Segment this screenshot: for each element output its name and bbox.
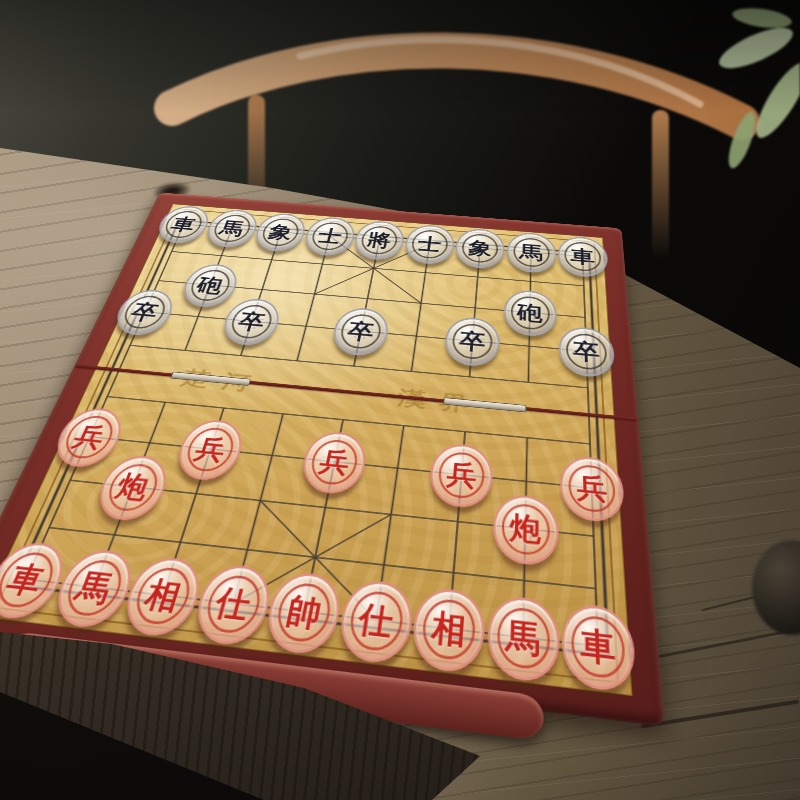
piece-character: 仕 xyxy=(212,585,254,623)
piece-character: 炮 xyxy=(113,471,153,502)
piece-character: 兵 xyxy=(576,473,608,504)
piece-character: 士 xyxy=(416,235,442,254)
piece-character: 卒 xyxy=(236,310,268,332)
leaf-icon xyxy=(731,5,793,31)
piece-character: 馬 xyxy=(519,243,543,262)
piece-red-soldier[interactable]: 兵 xyxy=(297,429,370,496)
piece-red-cannon[interactable]: 炮 xyxy=(491,492,558,567)
piece-character: 砲 xyxy=(194,275,225,296)
piece-character: 兵 xyxy=(317,447,352,477)
piece-character: 卒 xyxy=(346,320,376,343)
piece-character: 象 xyxy=(467,239,492,258)
piece-character: 象 xyxy=(267,223,295,241)
piece-character: 車 xyxy=(570,247,595,266)
piece-character: 炮 xyxy=(509,512,541,546)
piece-character: 兵 xyxy=(445,460,477,491)
piece-red-cannon[interactable]: 炮 xyxy=(89,453,174,523)
piece-character: 卒 xyxy=(573,339,601,363)
piece-character: 車 xyxy=(580,626,617,667)
piece-character: 兵 xyxy=(70,423,109,451)
piece-black-soldier[interactable]: 卒 xyxy=(218,297,285,347)
piece-character: 士 xyxy=(316,227,343,246)
piece-character: 帥 xyxy=(284,593,324,632)
piece-character: 兵 xyxy=(192,435,229,464)
piece-black-cannon[interactable]: 砲 xyxy=(177,263,243,309)
piece-black-cannon[interactable]: 砲 xyxy=(502,289,556,338)
piece-character: 卒 xyxy=(128,301,161,323)
piece-red-soldier[interactable]: 兵 xyxy=(171,418,249,483)
piece-black-soldier[interactable]: 卒 xyxy=(329,306,391,357)
leaf-icon xyxy=(723,109,760,172)
piece-character: 將 xyxy=(366,231,393,250)
piece-character: 相 xyxy=(141,577,184,615)
piece-character: 車 xyxy=(169,215,198,233)
leaf-icon xyxy=(748,56,800,144)
piece-character: 馬 xyxy=(217,219,246,237)
piece-character: 相 xyxy=(430,609,467,649)
piece-character: 仕 xyxy=(357,601,396,640)
piece-red-soldier[interactable]: 兵 xyxy=(560,454,626,524)
leaf-icon xyxy=(714,20,798,76)
piece-character: 砲 xyxy=(517,302,543,324)
piece-black-soldier[interactable]: 卒 xyxy=(443,316,501,368)
piece-character: 卒 xyxy=(458,330,486,353)
piece-character: 車 xyxy=(3,561,49,598)
piece-black-soldier[interactable]: 卒 xyxy=(559,325,616,379)
piece-character: 馬 xyxy=(505,617,540,658)
piece-character: 馬 xyxy=(72,569,117,606)
piece-red-soldier[interactable]: 兵 xyxy=(427,442,494,510)
scene: 楚河 漢界 車馬象士將士象馬車砲砲卒卒卒卒卒兵兵兵兵兵炮炮車馬相仕帥仕相馬車 xyxy=(0,0,800,800)
